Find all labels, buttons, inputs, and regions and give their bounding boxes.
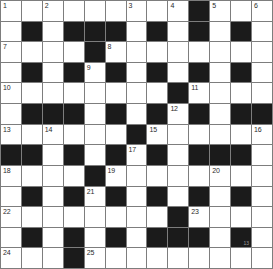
clue-number-21: 21	[87, 187, 94, 196]
cell-r7c1[interactable]: 13	[1, 125, 21, 145]
block-cell-r7c7	[127, 125, 147, 145]
cell-r6c7[interactable]	[127, 104, 147, 124]
cell-r11c11[interactable]	[210, 207, 230, 227]
clue-number-7: 7	[3, 42, 7, 51]
cell-r5c12[interactable]	[231, 83, 251, 103]
cell-r10c1[interactable]	[1, 187, 21, 207]
cell-r3c9[interactable]	[168, 42, 188, 62]
clue-number-14: 14	[45, 125, 52, 134]
cell-r13c2[interactable]	[22, 248, 42, 268]
block-cell-r10c2	[22, 187, 42, 207]
cell-r1c12[interactable]	[231, 1, 251, 21]
block-cell-r4c8	[147, 63, 167, 83]
cell-r9c2[interactable]	[22, 166, 42, 186]
cell-r2c7[interactable]	[127, 22, 147, 42]
cell-r6c11[interactable]	[210, 104, 230, 124]
cell-r8c7[interactable]: 17	[127, 145, 147, 165]
cell-r7c9[interactable]	[168, 125, 188, 145]
cell-r11c6[interactable]	[106, 207, 126, 227]
cell-r9c10[interactable]	[189, 166, 209, 186]
cell-r1c11[interactable]: 5	[210, 1, 230, 21]
cell-r1c9[interactable]: 4	[168, 1, 188, 21]
block-cell-r6c8	[147, 104, 167, 124]
cell-r7c6[interactable]	[106, 125, 126, 145]
cell-r3c6[interactable]: 8	[106, 42, 126, 62]
cell-r4c3[interactable]	[43, 63, 63, 83]
cell-r5c10[interactable]: 11	[189, 83, 209, 103]
cell-r1c4[interactable]	[64, 1, 84, 21]
cell-r3c1[interactable]: 7	[1, 42, 21, 62]
cell-r13c11[interactable]	[210, 248, 230, 268]
cell-r11c13[interactable]	[252, 207, 272, 227]
cell-r13c7[interactable]	[127, 248, 147, 268]
clue-number-17: 17	[129, 145, 136, 154]
cell-r11c10[interactable]: 23	[189, 207, 209, 227]
clue-number-10: 10	[3, 83, 10, 92]
cell-r8c5[interactable]	[85, 145, 105, 165]
cell-r11c1[interactable]: 22	[1, 207, 21, 227]
cell-r1c7[interactable]: 3	[127, 1, 147, 21]
clue-number-9: 9	[87, 63, 91, 72]
cell-r10c3[interactable]	[43, 187, 63, 207]
block-cell-r2c5	[85, 22, 105, 42]
cell-r10c13[interactable]	[252, 187, 272, 207]
cell-r3c12[interactable]	[231, 42, 251, 62]
cell-r12c13[interactable]	[252, 228, 272, 248]
cell-r9c12[interactable]	[231, 166, 251, 186]
block-cell-r12c8	[147, 228, 167, 248]
cell-r1c8[interactable]	[147, 1, 167, 21]
crossword-puzzle: 1234567891011121314151617181920212223132…	[0, 0, 273, 269]
block-cell-r2c2	[22, 22, 42, 42]
cell-r1c1[interactable]: 1	[1, 1, 21, 21]
clue-number-20: 20	[212, 166, 219, 175]
cell-r10c11[interactable]	[210, 187, 230, 207]
cell-r9c7[interactable]	[127, 166, 147, 186]
cell-r13c6[interactable]	[106, 248, 126, 268]
cell-r5c1[interactable]: 10	[1, 83, 21, 103]
cell-r2c13[interactable]	[252, 22, 272, 42]
cell-r6c1[interactable]	[1, 104, 21, 124]
cell-r13c1[interactable]: 24	[1, 248, 21, 268]
cell-r3c4[interactable]	[64, 42, 84, 62]
block-cell-r6c13	[252, 104, 272, 124]
cell-r9c3[interactable]	[43, 166, 63, 186]
cell-r7c12[interactable]	[231, 125, 251, 145]
block-cell-r6c12	[231, 104, 251, 124]
cell-r4c1[interactable]	[1, 63, 21, 83]
cell-r10c7[interactable]	[127, 187, 147, 207]
block-cell-r8c11	[210, 145, 230, 165]
cell-r13c12[interactable]	[231, 248, 251, 268]
block-cell-r8c10	[189, 145, 209, 165]
clue-number-8: 8	[108, 42, 112, 51]
clue-number-22: 22	[3, 207, 10, 216]
clue-number-11: 11	[191, 83, 198, 92]
block-cell-r8c12	[231, 145, 251, 165]
cell-r10c9[interactable]	[168, 187, 188, 207]
block-cell-r4c10	[189, 63, 209, 83]
cell-r1c13[interactable]: 6	[252, 1, 272, 21]
cell-r9c13[interactable]	[252, 166, 272, 186]
cell-r11c5[interactable]	[85, 207, 105, 227]
cell-r11c2[interactable]	[22, 207, 42, 227]
block-cell-r8c2	[22, 145, 42, 165]
clue-number-23: 23	[191, 207, 198, 216]
block-cell-r11c9	[168, 207, 188, 227]
clue-number-15: 15	[149, 125, 156, 134]
block-cell-r6c10	[189, 104, 209, 124]
cell-r5c2[interactable]	[22, 83, 42, 103]
clue-number-4: 4	[170, 1, 174, 10]
cell-r13c9[interactable]	[168, 248, 188, 268]
cell-r11c12[interactable]	[231, 207, 251, 227]
cell-r13c10[interactable]	[189, 248, 209, 268]
clue-number-12: 12	[170, 104, 177, 113]
cell-r5c4[interactable]	[64, 83, 84, 103]
block-cell-r9c5	[85, 166, 105, 186]
clue-number-3: 3	[129, 1, 133, 10]
block-cell-r12c4	[64, 228, 84, 248]
cell-r3c8[interactable]	[147, 42, 167, 62]
cell-r4c7[interactable]	[127, 63, 147, 83]
cell-r5c5[interactable]	[85, 83, 105, 103]
block-cell-r12c6	[106, 228, 126, 248]
cell-r5c6[interactable]	[106, 83, 126, 103]
cell-r3c7[interactable]	[127, 42, 147, 62]
block-cell-r4c4	[64, 63, 84, 83]
cell-r2c3[interactable]	[43, 22, 63, 42]
cell-r9c1[interactable]: 18	[1, 166, 21, 186]
block-cell-r10c12	[231, 187, 251, 207]
block-cell-r10c8	[147, 187, 167, 207]
block-cell-r6c6	[106, 104, 126, 124]
cell-r1c3[interactable]: 2	[43, 1, 63, 21]
cell-r5c8[interactable]	[147, 83, 167, 103]
block-cell-r5c9	[168, 83, 188, 103]
cell-r13c3[interactable]	[43, 248, 63, 268]
cell-r6c5[interactable]	[85, 104, 105, 124]
clue-number-18: 18	[3, 166, 10, 175]
cell-r7c5[interactable]	[85, 125, 105, 145]
clue-number-6: 6	[254, 1, 258, 10]
cell-r4c11[interactable]	[210, 63, 230, 83]
block-cell-r10c6	[106, 187, 126, 207]
block-cell-r4c12	[231, 63, 251, 83]
cell-r1c6[interactable]	[106, 1, 126, 21]
cell-r6c9[interactable]: 12	[168, 104, 188, 124]
cell-r3c11[interactable]	[210, 42, 230, 62]
crossword-grid: 1234567891011121314151617181920212223132…	[0, 0, 273, 269]
block-cell-r2c12	[231, 22, 251, 42]
cell-r5c3[interactable]	[43, 83, 63, 103]
cell-r3c13[interactable]	[252, 42, 272, 62]
block-cell-r6c4	[64, 104, 84, 124]
cell-r11c7[interactable]	[127, 207, 147, 227]
block-cell-r3c5	[85, 42, 105, 62]
cell-r5c13[interactable]	[252, 83, 272, 103]
clue-number-5: 5	[212, 1, 216, 10]
cell-r3c10[interactable]	[189, 42, 209, 62]
block-cell-r10c4	[64, 187, 84, 207]
clue-number-2: 2	[45, 1, 49, 10]
cell-r5c11[interactable]	[210, 83, 230, 103]
cell-r11c3[interactable]	[43, 207, 63, 227]
block-cell-r2c10	[189, 22, 209, 42]
block-cell-r4c6	[106, 63, 126, 83]
cell-r10c5[interactable]: 21	[85, 187, 105, 207]
block-cell-r12c2	[22, 228, 42, 248]
cell-r8c9[interactable]	[168, 145, 188, 165]
cell-r12c11[interactable]	[210, 228, 230, 248]
block-cell-r6c3	[43, 104, 63, 124]
block-cell-r12c10	[189, 228, 209, 248]
clue-number-1: 1	[3, 1, 7, 10]
cell-r12c5[interactable]	[85, 228, 105, 248]
cell-r7c10[interactable]	[189, 125, 209, 145]
block-cell-r1c10	[189, 1, 209, 21]
cell-r7c2[interactable]	[22, 125, 42, 145]
block-cell-r8c8	[147, 145, 167, 165]
cell-r12c7[interactable]	[127, 228, 147, 248]
cell-r1c2[interactable]	[22, 1, 42, 21]
clue-number-25: 25	[87, 248, 94, 257]
cell-r2c9[interactable]	[168, 22, 188, 42]
cell-r7c11[interactable]	[210, 125, 230, 145]
cell-r11c4[interactable]	[64, 207, 84, 227]
cell-r5c7[interactable]	[127, 83, 147, 103]
block-cell-r10c10	[189, 187, 209, 207]
cell-r13c5[interactable]: 25	[85, 248, 105, 268]
block-cell-r2c6	[106, 22, 126, 42]
cell-r4c9[interactable]	[168, 63, 188, 83]
cell-r9c11[interactable]: 20	[210, 166, 230, 186]
cell-r7c13[interactable]: 16	[252, 125, 272, 145]
cell-r7c3[interactable]: 14	[43, 125, 63, 145]
cell-r2c11[interactable]	[210, 22, 230, 42]
block-cell-r8c1	[1, 145, 21, 165]
cell-r9c8[interactable]	[147, 166, 167, 186]
puzzle-id-watermark: 13	[244, 240, 250, 246]
block-cell-r8c4	[64, 145, 84, 165]
cell-r1c5[interactable]	[85, 1, 105, 21]
block-cell-r13c4	[64, 248, 84, 268]
cell-r7c4[interactable]	[64, 125, 84, 145]
block-cell-r8c6	[106, 145, 126, 165]
cell-r12c1[interactable]	[1, 228, 21, 248]
cell-r4c13[interactable]	[252, 63, 272, 83]
clue-number-16: 16	[254, 125, 261, 134]
cell-r4c5[interactable]: 9	[85, 63, 105, 83]
cell-r8c3[interactable]	[43, 145, 63, 165]
cell-r9c6[interactable]: 19	[106, 166, 126, 186]
block-cell-r6c2	[22, 104, 42, 124]
block-cell-r4c2	[22, 63, 42, 83]
clue-number-13: 13	[3, 125, 10, 134]
cell-r12c3[interactable]	[43, 228, 63, 248]
cell-r9c9[interactable]	[168, 166, 188, 186]
block-cell-r2c4	[64, 22, 84, 42]
cell-r11c8[interactable]	[147, 207, 167, 227]
block-cell-r12c12: 13	[231, 228, 251, 248]
cell-r3c3[interactable]	[43, 42, 63, 62]
clue-number-19: 19	[108, 166, 115, 175]
cell-r2c1[interactable]	[1, 22, 21, 42]
clue-number-24: 24	[3, 248, 10, 257]
cell-r13c8[interactable]	[147, 248, 167, 268]
cell-r3c2[interactable]	[22, 42, 42, 62]
cell-r8c13[interactable]	[252, 145, 272, 165]
cell-r7c8[interactable]: 15	[147, 125, 167, 145]
cell-r9c4[interactable]	[64, 166, 84, 186]
cell-r13c13[interactable]	[252, 248, 272, 268]
block-cell-r2c8	[147, 22, 167, 42]
block-cell-r12c9	[168, 228, 188, 248]
